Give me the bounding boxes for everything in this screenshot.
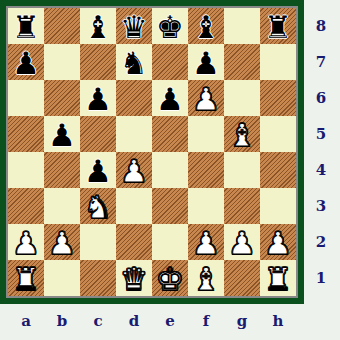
square-h1[interactable]: ♜ — [260, 260, 296, 296]
square-g1[interactable] — [224, 260, 260, 296]
file-label-h: h — [260, 303, 296, 338]
square-g5[interactable]: ♝ — [224, 116, 260, 152]
square-c5[interactable] — [80, 116, 116, 152]
square-e1[interactable]: ♚ — [152, 260, 188, 296]
square-a4[interactable] — [8, 152, 44, 188]
black-bishop-f8: ♝ — [192, 9, 220, 44]
square-e5[interactable] — [152, 116, 188, 152]
black-knight-d7: ♞ — [120, 45, 148, 80]
rank-label-1: 1 — [304, 260, 338, 296]
square-h8[interactable]: ♜ — [260, 8, 296, 44]
white-pawn-g2: ♟ — [228, 225, 256, 260]
file-label-e: e — [152, 303, 188, 338]
square-g2[interactable]: ♟ — [224, 224, 260, 260]
white-rook-h1: ♜ — [264, 261, 292, 296]
square-d8[interactable]: ♛ — [116, 8, 152, 44]
square-b3[interactable] — [44, 188, 80, 224]
file-label-g: g — [224, 303, 260, 338]
square-a1[interactable]: ♜ — [8, 260, 44, 296]
square-e8[interactable]: ♚ — [152, 8, 188, 44]
white-rook-a1: ♜ — [12, 261, 40, 296]
square-b4[interactable] — [44, 152, 80, 188]
rank-label-3: 3 — [304, 188, 338, 224]
square-c6[interactable]: ♟ — [80, 80, 116, 116]
black-king-e8: ♚ — [156, 9, 184, 44]
black-rook-h8: ♜ — [264, 9, 292, 44]
chess-board-frame: ♜♝♛♚♝♜♟♞♟♟♟♟♟♝♟♟♞♟♟♟♟♟♜♛♚♝♜ — [0, 0, 304, 304]
black-pawn-f7: ♟ — [192, 45, 220, 80]
square-e7[interactable] — [152, 44, 188, 80]
square-c2[interactable] — [80, 224, 116, 260]
square-c4[interactable]: ♟ — [80, 152, 116, 188]
square-f8[interactable]: ♝ — [188, 8, 224, 44]
black-queen-d8: ♛ — [120, 9, 148, 44]
square-d4[interactable]: ♟ — [116, 152, 152, 188]
white-pawn-f2: ♟ — [192, 225, 220, 260]
white-bishop-g5: ♝ — [228, 117, 256, 152]
square-d2[interactable] — [116, 224, 152, 260]
black-pawn-b5: ♟ — [48, 117, 76, 152]
square-e3[interactable] — [152, 188, 188, 224]
white-queen-d1: ♛ — [120, 261, 148, 296]
square-g8[interactable] — [224, 8, 260, 44]
black-rook-a8: ♜ — [12, 9, 40, 44]
white-pawn-d4: ♟ — [120, 153, 148, 188]
square-f1[interactable]: ♝ — [188, 260, 224, 296]
white-bishop-f1: ♝ — [192, 261, 220, 296]
square-d5[interactable] — [116, 116, 152, 152]
file-label-c: c — [80, 303, 116, 338]
rank-label-4: 4 — [304, 152, 338, 188]
square-b7[interactable] — [44, 44, 80, 80]
white-pawn-f6: ♟ — [192, 81, 220, 116]
black-pawn-c6: ♟ — [84, 81, 112, 116]
file-label-f: f — [188, 303, 224, 338]
square-c3[interactable]: ♞ — [80, 188, 116, 224]
black-pawn-e6: ♟ — [156, 81, 184, 116]
chess-diagram: ♜♝♛♚♝♜♟♞♟♟♟♟♟♝♟♟♞♟♟♟♟♟♜♛♚♝♜ 87654321 abc… — [0, 0, 340, 340]
square-g7[interactable] — [224, 44, 260, 80]
square-f7[interactable]: ♟ — [188, 44, 224, 80]
rank-label-5: 5 — [304, 116, 338, 152]
square-a5[interactable] — [8, 116, 44, 152]
square-g3[interactable] — [224, 188, 260, 224]
square-b5[interactable]: ♟ — [44, 116, 80, 152]
square-c1[interactable] — [80, 260, 116, 296]
square-d6[interactable] — [116, 80, 152, 116]
chess-board: ♜♝♛♚♝♜♟♞♟♟♟♟♟♝♟♟♞♟♟♟♟♟♜♛♚♝♜ — [8, 8, 296, 296]
square-e2[interactable] — [152, 224, 188, 260]
square-a6[interactable] — [8, 80, 44, 116]
square-b2[interactable]: ♟ — [44, 224, 80, 260]
square-h5[interactable] — [260, 116, 296, 152]
square-h3[interactable] — [260, 188, 296, 224]
square-g4[interactable] — [224, 152, 260, 188]
white-pawn-b2: ♟ — [48, 225, 76, 260]
black-pawn-c4: ♟ — [84, 153, 112, 188]
square-b8[interactable] — [44, 8, 80, 44]
square-d7[interactable]: ♞ — [116, 44, 152, 80]
black-pawn-a7: ♟ — [12, 45, 40, 80]
white-knight-c3: ♞ — [84, 189, 112, 224]
square-c7[interactable] — [80, 44, 116, 80]
square-h6[interactable] — [260, 80, 296, 116]
square-f5[interactable] — [188, 116, 224, 152]
white-pawn-h2: ♟ — [264, 225, 292, 260]
rank-label-8: 8 — [304, 8, 338, 44]
rank-label-2: 2 — [304, 224, 338, 260]
square-b6[interactable] — [44, 80, 80, 116]
square-f2[interactable]: ♟ — [188, 224, 224, 260]
square-a8[interactable]: ♜ — [8, 8, 44, 44]
square-a7[interactable]: ♟ — [8, 44, 44, 80]
file-label-d: d — [116, 303, 152, 338]
white-pawn-a2: ♟ — [12, 225, 40, 260]
square-h2[interactable]: ♟ — [260, 224, 296, 260]
white-king-e1: ♚ — [156, 261, 184, 296]
square-h7[interactable] — [260, 44, 296, 80]
file-label-b: b — [44, 303, 80, 338]
square-g6[interactable] — [224, 80, 260, 116]
square-f6[interactable]: ♟ — [188, 80, 224, 116]
square-a3[interactable] — [8, 188, 44, 224]
square-d1[interactable]: ♛ — [116, 260, 152, 296]
square-c8[interactable]: ♝ — [80, 8, 116, 44]
square-d3[interactable] — [116, 188, 152, 224]
square-e6[interactable]: ♟ — [152, 80, 188, 116]
rank-label-7: 7 — [304, 44, 338, 80]
square-b1[interactable] — [44, 260, 80, 296]
chess-board-inner-frame: ♜♝♛♚♝♜♟♞♟♟♟♟♟♝♟♟♞♟♟♟♟♟♜♛♚♝♜ — [6, 6, 298, 298]
square-e4[interactable] — [152, 152, 188, 188]
square-a2[interactable]: ♟ — [8, 224, 44, 260]
rank-labels: 87654321 — [304, 8, 338, 296]
file-labels: abcdefgh — [8, 303, 296, 338]
black-bishop-c8: ♝ — [84, 9, 112, 44]
rank-label-6: 6 — [304, 80, 338, 116]
square-f4[interactable] — [188, 152, 224, 188]
square-f3[interactable] — [188, 188, 224, 224]
square-h4[interactable] — [260, 152, 296, 188]
file-label-a: a — [8, 303, 44, 338]
